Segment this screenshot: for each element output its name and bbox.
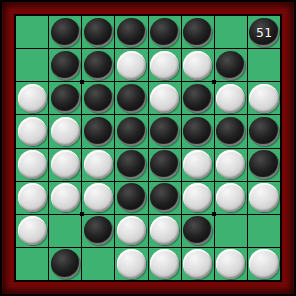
- star-point: [212, 212, 216, 216]
- cell-f3: [182, 82, 214, 114]
- cell-f2: [182, 49, 214, 81]
- cell-a8[interactable]: [16, 248, 48, 280]
- white-disc: [216, 183, 245, 212]
- white-disc: [51, 150, 80, 179]
- cell-h4: [248, 115, 280, 147]
- white-disc: [51, 117, 80, 146]
- cell-e3: [149, 82, 181, 114]
- cell-h6: [248, 182, 280, 214]
- white-disc: [216, 150, 245, 179]
- cell-g2: [215, 49, 247, 81]
- cell-e2: [149, 49, 181, 81]
- cell-c3: [82, 82, 114, 114]
- black-disc: [216, 51, 245, 80]
- cell-f6: [182, 182, 214, 214]
- cell-d8: [115, 248, 147, 280]
- black-disc: [84, 117, 113, 146]
- cell-c5: [82, 149, 114, 181]
- black-disc: [249, 150, 278, 179]
- cell-f8: [182, 248, 214, 280]
- move-number-label: 51: [249, 18, 278, 47]
- cell-h8: [248, 248, 280, 280]
- cell-g7[interactable]: [215, 215, 247, 247]
- black-disc: [183, 18, 212, 47]
- black-disc: [150, 117, 179, 146]
- white-disc: [183, 183, 212, 212]
- black-disc: [183, 117, 212, 146]
- white-disc: [84, 183, 113, 212]
- cell-b7[interactable]: [49, 215, 81, 247]
- black-disc: [51, 84, 80, 113]
- cell-b8: [49, 248, 81, 280]
- cell-h1: 51: [248, 16, 280, 48]
- cell-d3: [115, 82, 147, 114]
- black-disc: [216, 117, 245, 146]
- white-disc: [150, 216, 179, 245]
- cell-c7: [82, 215, 114, 247]
- black-disc: [150, 183, 179, 212]
- cell-a6: [16, 182, 48, 214]
- white-disc: [18, 183, 47, 212]
- black-disc: [84, 18, 113, 47]
- cell-d4: [115, 115, 147, 147]
- white-disc: [249, 183, 278, 212]
- cell-e7: [149, 215, 181, 247]
- black-disc: [84, 216, 113, 245]
- black-disc: 51: [249, 18, 278, 47]
- white-disc: [150, 84, 179, 113]
- cell-b6: [49, 182, 81, 214]
- cell-f4: [182, 115, 214, 147]
- cell-c2: [82, 49, 114, 81]
- black-disc: [117, 117, 146, 146]
- cell-c6: [82, 182, 114, 214]
- cell-d2: [115, 49, 147, 81]
- cell-c8[interactable]: [82, 248, 114, 280]
- black-disc: [51, 18, 80, 47]
- cell-f7: [182, 215, 214, 247]
- black-disc: [84, 84, 113, 113]
- cell-g5: [215, 149, 247, 181]
- white-disc: [117, 51, 146, 80]
- cell-d6: [115, 182, 147, 214]
- cell-e1: [149, 16, 181, 48]
- star-point: [80, 212, 84, 216]
- white-disc: [183, 150, 212, 179]
- cell-g4: [215, 115, 247, 147]
- cell-c1: [82, 16, 114, 48]
- white-disc: [216, 249, 245, 278]
- white-disc: [249, 249, 278, 278]
- white-disc: [183, 51, 212, 80]
- board: 51: [14, 14, 282, 282]
- cell-a2[interactable]: [16, 49, 48, 81]
- cell-h7[interactable]: [248, 215, 280, 247]
- cell-a4: [16, 115, 48, 147]
- cell-a1[interactable]: [16, 16, 48, 48]
- othello-app-window: 51: [0, 0, 296, 296]
- black-disc: [150, 150, 179, 179]
- white-disc: [249, 84, 278, 113]
- white-disc: [18, 117, 47, 146]
- black-disc: [150, 18, 179, 47]
- cell-g3: [215, 82, 247, 114]
- white-disc: [84, 150, 113, 179]
- black-disc: [51, 249, 80, 278]
- white-disc: [150, 51, 179, 80]
- white-disc: [18, 216, 47, 245]
- cell-e8: [149, 248, 181, 280]
- white-disc: [117, 216, 146, 245]
- white-disc: [18, 84, 47, 113]
- white-disc: [117, 249, 146, 278]
- cell-g1[interactable]: [215, 16, 247, 48]
- cell-e5: [149, 149, 181, 181]
- black-disc: [183, 84, 212, 113]
- cell-b3: [49, 82, 81, 114]
- cell-a5: [16, 149, 48, 181]
- cell-a3: [16, 82, 48, 114]
- cell-e6: [149, 182, 181, 214]
- cell-a7: [16, 215, 48, 247]
- black-disc: [51, 51, 80, 80]
- black-disc: [117, 84, 146, 113]
- cell-g8: [215, 248, 247, 280]
- white-disc: [18, 150, 47, 179]
- star-point: [212, 80, 216, 84]
- cell-h2[interactable]: [248, 49, 280, 81]
- cell-b5: [49, 149, 81, 181]
- cell-d1: [115, 16, 147, 48]
- cell-c4: [82, 115, 114, 147]
- white-disc: [51, 183, 80, 212]
- black-disc: [117, 150, 146, 179]
- black-disc: [117, 183, 146, 212]
- white-disc: [183, 249, 212, 278]
- cell-b2: [49, 49, 81, 81]
- black-disc: [84, 51, 113, 80]
- black-disc: [249, 117, 278, 146]
- black-disc: [183, 216, 212, 245]
- cell-g6: [215, 182, 247, 214]
- cell-f5: [182, 149, 214, 181]
- white-disc: [216, 84, 245, 113]
- cell-b4: [49, 115, 81, 147]
- white-disc: [150, 249, 179, 278]
- cell-h5: [248, 149, 280, 181]
- cell-b1: [49, 16, 81, 48]
- black-disc: [117, 18, 146, 47]
- star-point: [80, 80, 84, 84]
- cell-d5: [115, 149, 147, 181]
- cell-h3: [248, 82, 280, 114]
- cell-e4: [149, 115, 181, 147]
- cell-d7: [115, 215, 147, 247]
- cell-f1: [182, 16, 214, 48]
